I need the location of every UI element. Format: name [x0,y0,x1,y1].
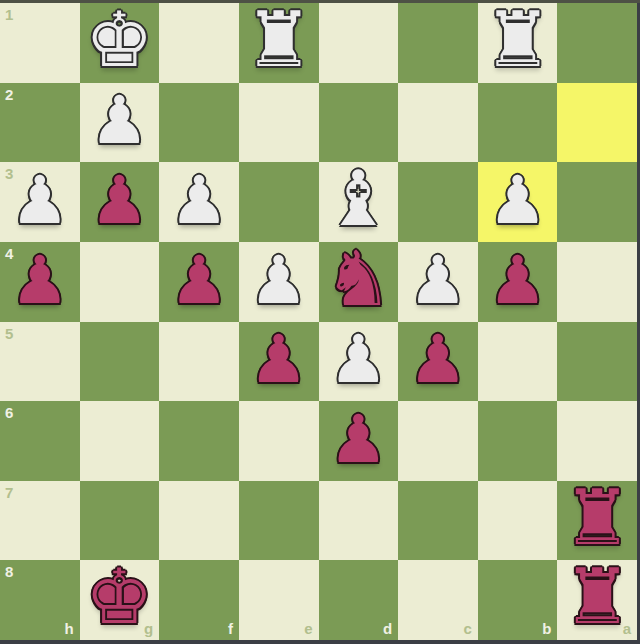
square-d1[interactable] [319,3,399,83]
square-e3[interactable] [239,162,319,242]
white-pawn-b3[interactable]: ♟ [488,168,547,234]
square-h8[interactable]: 8h [0,560,80,640]
square-d6[interactable]: ♟ [319,401,399,481]
chess-app-window: 1♚♜♜2♟3♟♟♟♝♟4♟♟♟♞♟♟5♟♟♟6♟7♜8hg♚fedcba♜ [0,0,640,644]
square-b7[interactable] [478,481,558,561]
square-g4[interactable] [80,242,160,322]
white-pawn-e4[interactable]: ♟ [249,248,308,314]
white-bishop-d3[interactable]: ♝ [324,161,392,237]
white-pawn-h3[interactable]: ♟ [10,168,69,234]
square-e1[interactable]: ♜ [239,3,319,83]
square-b1[interactable]: ♜ [478,3,558,83]
file-label-h: h [64,621,73,636]
square-h3[interactable]: 3♟ [0,162,80,242]
square-b5[interactable] [478,322,558,402]
square-b3[interactable]: ♟ [478,162,558,242]
square-c6[interactable] [398,401,478,481]
square-c2[interactable] [398,83,478,163]
square-e5[interactable]: ♟ [239,322,319,402]
rank-label-6: 6 [5,405,13,420]
square-f2[interactable] [159,83,239,163]
square-b2[interactable] [478,83,558,163]
black-pawn-g3[interactable]: ♟ [90,168,149,234]
rank-label-5: 5 [5,326,13,341]
square-d2[interactable] [319,83,399,163]
black-pawn-c5[interactable]: ♟ [408,327,467,393]
square-a3[interactable] [557,162,637,242]
square-h5[interactable]: 5 [0,322,80,402]
square-g7[interactable] [80,481,160,561]
rank-label-7: 7 [5,485,13,500]
square-g8[interactable]: g♚ [80,560,160,640]
rank-label-2: 2 [5,87,13,102]
file-label-f: f [228,621,233,636]
square-a5[interactable] [557,322,637,402]
white-rook-e1[interactable]: ♜ [245,2,313,78]
square-c4[interactable]: ♟ [398,242,478,322]
square-a6[interactable] [557,401,637,481]
square-c1[interactable] [398,3,478,83]
white-pawn-f3[interactable]: ♟ [169,168,228,234]
square-g6[interactable] [80,401,160,481]
square-f6[interactable] [159,401,239,481]
white-pawn-g2[interactable]: ♟ [90,88,149,154]
square-f5[interactable] [159,322,239,402]
square-d7[interactable] [319,481,399,561]
square-e2[interactable] [239,83,319,163]
square-b6[interactable] [478,401,558,481]
square-d4[interactable]: ♞ [319,242,399,322]
square-h7[interactable]: 7 [0,481,80,561]
black-pawn-b4[interactable]: ♟ [488,248,547,314]
square-d5[interactable]: ♟ [319,322,399,402]
square-g2[interactable]: ♟ [80,83,160,163]
square-h2[interactable]: 2 [0,83,80,163]
square-d8[interactable]: d [319,560,399,640]
square-f1[interactable] [159,3,239,83]
black-king-g8[interactable]: ♚ [85,559,153,635]
white-pawn-d5[interactable]: ♟ [329,327,388,393]
black-pawn-f4[interactable]: ♟ [169,248,228,314]
square-g1[interactable]: ♚ [80,3,160,83]
square-a8[interactable]: a♜ [557,560,637,640]
white-pawn-c4[interactable]: ♟ [408,248,467,314]
square-g5[interactable] [80,322,160,402]
square-e4[interactable]: ♟ [239,242,319,322]
square-e7[interactable] [239,481,319,561]
white-king-g1[interactable]: ♚ [85,2,153,78]
file-label-b: b [542,621,551,636]
file-label-d: d [383,621,392,636]
black-rook-a7[interactable]: ♜ [563,480,631,556]
square-d3[interactable]: ♝ [319,162,399,242]
square-c5[interactable]: ♟ [398,322,478,402]
black-knight-d4[interactable]: ♞ [324,241,392,317]
square-b4[interactable]: ♟ [478,242,558,322]
white-rook-b1[interactable]: ♜ [483,2,551,78]
square-a7[interactable]: ♜ [557,481,637,561]
square-b8[interactable]: b [478,560,558,640]
square-h4[interactable]: 4♟ [0,242,80,322]
square-g3[interactable]: ♟ [80,162,160,242]
black-pawn-e5[interactable]: ♟ [249,327,308,393]
black-pawn-d6[interactable]: ♟ [329,407,388,473]
square-h1[interactable]: 1 [0,3,80,83]
square-a2[interactable] [557,83,637,163]
black-rook-a8[interactable]: ♜ [563,559,631,635]
square-e6[interactable] [239,401,319,481]
file-label-e: e [304,621,312,636]
square-a1[interactable] [557,3,637,83]
file-label-c: c [463,621,471,636]
square-f7[interactable] [159,481,239,561]
square-h6[interactable]: 6 [0,401,80,481]
square-c3[interactable] [398,162,478,242]
square-e8[interactable]: e [239,560,319,640]
chess-board: 1♚♜♜2♟3♟♟♟♝♟4♟♟♟♞♟♟5♟♟♟6♟7♜8hg♚fedcba♜ [0,3,637,640]
black-pawn-h4[interactable]: ♟ [10,248,69,314]
square-f8[interactable]: f [159,560,239,640]
rank-label-8: 8 [5,564,13,579]
square-a4[interactable] [557,242,637,322]
rank-label-1: 1 [5,7,13,22]
square-f4[interactable]: ♟ [159,242,239,322]
square-f3[interactable]: ♟ [159,162,239,242]
square-c7[interactable] [398,481,478,561]
square-c8[interactable]: c [398,560,478,640]
